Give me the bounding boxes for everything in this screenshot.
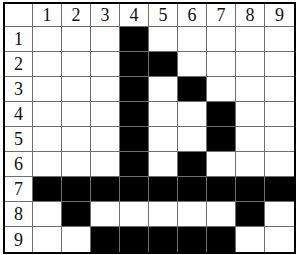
grid-cell-r6-c9 <box>265 152 294 177</box>
grid-cell-r1-c5 <box>149 27 178 52</box>
col-header-7: 7 <box>207 4 236 27</box>
grid-cell-r3-c6 <box>178 77 207 102</box>
grid-cell-r7-c7 <box>207 177 236 202</box>
grid-cell-r6-c5 <box>149 152 178 177</box>
grid-cell-r9-c5 <box>149 227 178 252</box>
grid-cell-r3-c8 <box>236 77 265 102</box>
grid-cell-r5-c9 <box>265 127 294 152</box>
grid-cell-r6-c4 <box>120 152 149 177</box>
grid-cell-r7-c6 <box>178 177 207 202</box>
grid-cell-r9-c2 <box>62 227 91 252</box>
row-header-3: 3 <box>5 77 33 102</box>
row-header-9: 9 <box>5 227 33 252</box>
grid-cell-r9-c1 <box>33 227 62 252</box>
grid-cell-r8-c8 <box>236 202 265 227</box>
row-header-6: 6 <box>5 152 33 177</box>
grid-cell-r9-c4 <box>120 227 149 252</box>
grid-cell-r5-c5 <box>149 127 178 152</box>
grid-cell-r1-c9 <box>265 27 294 52</box>
grid-cell-r8-c3 <box>91 202 120 227</box>
grid-cell-r2-c4 <box>120 52 149 77</box>
grid-cell-r8-c1 <box>33 202 62 227</box>
grid-cell-r5-c3 <box>91 127 120 152</box>
col-header-3: 3 <box>91 4 120 27</box>
grid-cell-r1-c3 <box>91 27 120 52</box>
grid-cell-r5-c4 <box>120 127 149 152</box>
coordinate-grid: 123456789123456789 <box>3 2 296 254</box>
grid-cell-r6-c8 <box>236 152 265 177</box>
grid-cell-r6-c7 <box>207 152 236 177</box>
grid-cell-r3-c1 <box>33 77 62 102</box>
grid-cell-r4-c8 <box>236 102 265 127</box>
grid-cell-r5-c1 <box>33 127 62 152</box>
grid-cell-r4-c4 <box>120 102 149 127</box>
grid-cell-r2-c1 <box>33 52 62 77</box>
grid-cell-r3-c7 <box>207 77 236 102</box>
grid-cell-r5-c7 <box>207 127 236 152</box>
grid-cell-r4-c3 <box>91 102 120 127</box>
grid-cell-r3-c3 <box>91 77 120 102</box>
grid-cell-r7-c3 <box>91 177 120 202</box>
col-header-1: 1 <box>33 4 62 27</box>
grid-cell-r6-c1 <box>33 152 62 177</box>
grid-cell-r3-c4 <box>120 77 149 102</box>
row-header-1: 1 <box>5 27 33 52</box>
grid-cell-r2-c2 <box>62 52 91 77</box>
grid-cell-r9-c8 <box>236 227 265 252</box>
grid-cell-r7-c9 <box>265 177 294 202</box>
grid-cell-r7-c8 <box>236 177 265 202</box>
grid-cell-r9-c6 <box>178 227 207 252</box>
row-header-4: 4 <box>5 102 33 127</box>
grid-cell-r5-c8 <box>236 127 265 152</box>
col-header-8: 8 <box>236 4 265 27</box>
grid-cell-r4-c7 <box>207 102 236 127</box>
grid-cell-r3-c5 <box>149 77 178 102</box>
grid-cell-r3-c9 <box>265 77 294 102</box>
row-header-5: 5 <box>5 127 33 152</box>
grid-cell-r9-c3 <box>91 227 120 252</box>
grid-cell-r8-c4 <box>120 202 149 227</box>
grid-cell-r4-c5 <box>149 102 178 127</box>
grid-cell-r9-c7 <box>207 227 236 252</box>
grid-cell-r5-c6 <box>178 127 207 152</box>
grid-cell-r2-c8 <box>236 52 265 77</box>
corner-cell <box>5 4 33 27</box>
grid-cell-r3-c2 <box>62 77 91 102</box>
grid-cell-r1-c6 <box>178 27 207 52</box>
grid-cell-r4-c1 <box>33 102 62 127</box>
grid-cell-r7-c4 <box>120 177 149 202</box>
grid-cell-r2-c3 <box>91 52 120 77</box>
grid-cell-r1-c2 <box>62 27 91 52</box>
grid-cell-r1-c8 <box>236 27 265 52</box>
grid-cell-r8-c7 <box>207 202 236 227</box>
grid-cell-r1-c7 <box>207 27 236 52</box>
grid-cell-r8-c6 <box>178 202 207 227</box>
grid-cell-r2-c5 <box>149 52 178 77</box>
grid-cell-r4-c6 <box>178 102 207 127</box>
grid-cell-r2-c6 <box>178 52 207 77</box>
grid-cell-r1-c4 <box>120 27 149 52</box>
grid-cell-r9-c9 <box>265 227 294 252</box>
row-header-8: 8 <box>5 202 33 227</box>
col-header-9: 9 <box>265 4 294 27</box>
grid-cell-r7-c2 <box>62 177 91 202</box>
row-header-7: 7 <box>5 177 33 202</box>
grid-cell-r2-c9 <box>265 52 294 77</box>
col-header-2: 2 <box>62 4 91 27</box>
grid-cell-r4-c2 <box>62 102 91 127</box>
col-header-6: 6 <box>178 4 207 27</box>
grid-cell-r8-c5 <box>149 202 178 227</box>
grid-cell-r7-c5 <box>149 177 178 202</box>
grid-cell-r1-c1 <box>33 27 62 52</box>
grid-cell-r6-c6 <box>178 152 207 177</box>
grid-cell-r6-c3 <box>91 152 120 177</box>
grid-cell-r7-c1 <box>33 177 62 202</box>
grid-cell-r6-c2 <box>62 152 91 177</box>
grid-cell-r2-c7 <box>207 52 236 77</box>
grid-cell-r8-c2 <box>62 202 91 227</box>
grid-cell-r5-c2 <box>62 127 91 152</box>
grid-cell-r4-c9 <box>265 102 294 127</box>
col-header-5: 5 <box>149 4 178 27</box>
row-header-2: 2 <box>5 52 33 77</box>
col-header-4: 4 <box>120 4 149 27</box>
grid-cell-r8-c9 <box>265 202 294 227</box>
